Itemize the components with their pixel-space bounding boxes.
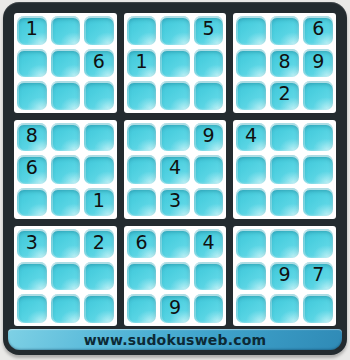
cell-r5c2[interactable] bbox=[51, 155, 81, 184]
box-2: 51 bbox=[124, 13, 227, 113]
given-digit: 3 bbox=[26, 233, 38, 252]
cell-r9c4[interactable] bbox=[127, 294, 157, 323]
box-1: 16 bbox=[14, 13, 117, 113]
cell-r9c6[interactable] bbox=[194, 294, 224, 323]
cell-r3c8[interactable]: 2 bbox=[270, 81, 300, 110]
box-6: 4 bbox=[233, 120, 336, 220]
cell-r6c6[interactable] bbox=[194, 188, 224, 217]
cell-r1c9[interactable]: 6 bbox=[303, 16, 333, 45]
cell-r3c6[interactable] bbox=[194, 81, 224, 110]
cell-r8c3[interactable] bbox=[84, 262, 114, 291]
cell-r4c6[interactable]: 9 bbox=[194, 123, 224, 152]
cell-r3c7[interactable] bbox=[236, 81, 266, 110]
cell-r7c6[interactable]: 4 bbox=[194, 229, 224, 258]
given-digit: 6 bbox=[26, 158, 38, 177]
box-8: 649 bbox=[124, 226, 227, 326]
cell-r4c4[interactable] bbox=[127, 123, 157, 152]
cell-r8c9[interactable]: 7 bbox=[303, 262, 333, 291]
given-digit: 9 bbox=[169, 298, 181, 317]
cell-r1c8[interactable] bbox=[270, 16, 300, 45]
given-digit: 8 bbox=[279, 52, 291, 71]
given-digit: 1 bbox=[26, 19, 38, 38]
cell-r2c8[interactable]: 8 bbox=[270, 49, 300, 78]
given-digit: 2 bbox=[93, 233, 105, 252]
box-7: 32 bbox=[14, 226, 117, 326]
cell-r3c9[interactable] bbox=[303, 81, 333, 110]
given-digit: 5 bbox=[202, 19, 214, 38]
cell-r1c7[interactable] bbox=[236, 16, 266, 45]
cell-r8c4[interactable] bbox=[127, 262, 157, 291]
cell-r6c9[interactable] bbox=[303, 188, 333, 217]
cell-r1c5[interactable] bbox=[160, 16, 190, 45]
cell-r8c6[interactable] bbox=[194, 262, 224, 291]
cell-r6c3[interactable]: 1 bbox=[84, 188, 114, 217]
cell-r4c7[interactable]: 4 bbox=[236, 123, 266, 152]
cell-r8c8[interactable]: 9 bbox=[270, 262, 300, 291]
cell-r9c2[interactable] bbox=[51, 294, 81, 323]
cell-r9c1[interactable] bbox=[17, 294, 47, 323]
cell-r2c7[interactable] bbox=[236, 49, 266, 78]
given-digit: 9 bbox=[312, 52, 324, 71]
cell-r8c1[interactable] bbox=[17, 262, 47, 291]
box-5: 943 bbox=[124, 120, 227, 220]
given-digit: 7 bbox=[312, 265, 324, 284]
given-digit: 6 bbox=[312, 19, 324, 38]
cell-r1c3[interactable] bbox=[84, 16, 114, 45]
cell-r9c3[interactable] bbox=[84, 294, 114, 323]
cell-r7c1[interactable]: 3 bbox=[17, 229, 47, 258]
sudoku-board: 1651689286194343264997 bbox=[14, 13, 336, 326]
cell-r3c4[interactable] bbox=[127, 81, 157, 110]
cell-r4c3[interactable] bbox=[84, 123, 114, 152]
cell-r4c2[interactable] bbox=[51, 123, 81, 152]
cell-r9c8[interactable] bbox=[270, 294, 300, 323]
given-digit: 9 bbox=[279, 265, 291, 284]
site-url: www.sudokusweb.com bbox=[84, 332, 267, 348]
cell-r1c6[interactable]: 5 bbox=[194, 16, 224, 45]
cell-r9c5[interactable]: 9 bbox=[160, 294, 190, 323]
given-digit: 9 bbox=[202, 126, 214, 145]
cell-r3c2[interactable] bbox=[51, 81, 81, 110]
cell-r5c3[interactable] bbox=[84, 155, 114, 184]
cell-r7c2[interactable] bbox=[51, 229, 81, 258]
cell-r4c8[interactable] bbox=[270, 123, 300, 152]
cell-r1c1[interactable]: 1 bbox=[17, 16, 47, 45]
given-digit: 1 bbox=[93, 191, 105, 210]
cell-r2c3[interactable]: 6 bbox=[84, 49, 114, 78]
box-9: 97 bbox=[233, 226, 336, 326]
given-digit: 2 bbox=[279, 84, 291, 103]
cell-r7c4[interactable]: 6 bbox=[127, 229, 157, 258]
cell-r2c1[interactable] bbox=[17, 49, 47, 78]
given-digit: 4 bbox=[202, 233, 214, 252]
box-3: 6892 bbox=[233, 13, 336, 113]
given-digit: 6 bbox=[93, 52, 105, 71]
cell-r6c1[interactable] bbox=[17, 188, 47, 217]
cell-r5c8[interactable] bbox=[270, 155, 300, 184]
cell-r5c1[interactable]: 6 bbox=[17, 155, 47, 184]
cell-r8c2[interactable] bbox=[51, 262, 81, 291]
cell-r3c3[interactable] bbox=[84, 81, 114, 110]
cell-r5c6[interactable] bbox=[194, 155, 224, 184]
cell-r7c7[interactable] bbox=[236, 229, 266, 258]
cell-r3c5[interactable] bbox=[160, 81, 190, 110]
given-digit: 1 bbox=[135, 52, 147, 71]
cell-r8c7[interactable] bbox=[236, 262, 266, 291]
cell-r6c7[interactable] bbox=[236, 188, 266, 217]
given-digit: 3 bbox=[169, 191, 181, 210]
cell-r4c5[interactable] bbox=[160, 123, 190, 152]
cell-r5c4[interactable] bbox=[127, 155, 157, 184]
cell-r4c9[interactable] bbox=[303, 123, 333, 152]
given-digit: 8 bbox=[26, 126, 38, 145]
cell-r3c1[interactable] bbox=[17, 81, 47, 110]
cell-r7c9[interactable] bbox=[303, 229, 333, 258]
cell-r4c1[interactable]: 8 bbox=[17, 123, 47, 152]
given-digit: 6 bbox=[135, 233, 147, 252]
cell-r2c6[interactable] bbox=[194, 49, 224, 78]
cell-r8c5[interactable] bbox=[160, 262, 190, 291]
cell-r6c5[interactable]: 3 bbox=[160, 188, 190, 217]
cell-r2c9[interactable]: 9 bbox=[303, 49, 333, 78]
cell-r7c8[interactable] bbox=[270, 229, 300, 258]
cell-r5c7[interactable] bbox=[236, 155, 266, 184]
given-digit: 4 bbox=[169, 158, 181, 177]
cell-r2c4[interactable]: 1 bbox=[127, 49, 157, 78]
cell-r6c4[interactable] bbox=[127, 188, 157, 217]
given-digit: 4 bbox=[245, 126, 257, 145]
cell-r2c2[interactable] bbox=[51, 49, 81, 78]
puzzle-frame: 1651689286194343264997 www.sudokusweb.co… bbox=[3, 2, 347, 355]
box-4: 861 bbox=[14, 120, 117, 220]
cell-r6c2[interactable] bbox=[51, 188, 81, 217]
cell-r6c8[interactable] bbox=[270, 188, 300, 217]
cell-r7c5[interactable] bbox=[160, 229, 190, 258]
cell-r7c3[interactable]: 2 bbox=[84, 229, 114, 258]
cell-r5c9[interactable] bbox=[303, 155, 333, 184]
cell-r1c2[interactable] bbox=[51, 16, 81, 45]
cell-r5c5[interactable]: 4 bbox=[160, 155, 190, 184]
cell-r1c4[interactable] bbox=[127, 16, 157, 45]
cell-r2c5[interactable] bbox=[160, 49, 190, 78]
cell-r9c9[interactable] bbox=[303, 294, 333, 323]
cell-r9c7[interactable] bbox=[236, 294, 266, 323]
footer-bar: www.sudokusweb.com bbox=[8, 329, 342, 350]
